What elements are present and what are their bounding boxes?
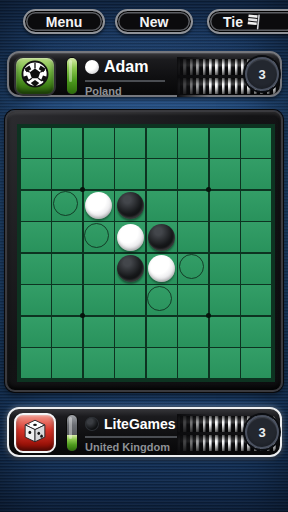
board-cell[interactable]: [84, 317, 114, 347]
player-top-score-badge: 3: [245, 57, 279, 91]
player-bottom-divider: [85, 436, 181, 438]
black-disc: [117, 255, 144, 282]
board-cell[interactable]: [115, 317, 145, 347]
board-cell[interactable]: [210, 254, 240, 284]
player-top-divider: [85, 80, 165, 82]
board-frame: [5, 110, 283, 392]
menu-button[interactable]: Menu: [23, 9, 105, 34]
player-top-name: Adam: [104, 58, 148, 76]
board-cell[interactable]: [52, 254, 82, 284]
board-cell[interactable]: [52, 159, 82, 189]
board-cell[interactable]: [21, 317, 51, 347]
player-top-timer: [66, 57, 78, 95]
board-cell[interactable]: [241, 348, 271, 378]
player-bottom-score: 3: [258, 425, 265, 440]
board-cell[interactable]: [178, 317, 208, 347]
board-cell[interactable]: [84, 159, 114, 189]
player-bottom-avatar: [14, 413, 56, 453]
board-cell[interactable]: [210, 348, 240, 378]
othello-board[interactable]: [19, 126, 273, 380]
board-cell[interactable]: [115, 159, 145, 189]
board-cell[interactable]: [52, 222, 82, 252]
board-cell[interactable]: [52, 317, 82, 347]
player-top-score: 3: [258, 67, 265, 82]
board-cell[interactable]: [21, 128, 51, 158]
board-cell[interactable]: [84, 285, 114, 315]
player-top-avatar: [14, 56, 56, 96]
player-bottom-timer-fill: [67, 435, 77, 451]
board-cell[interactable]: [178, 222, 208, 252]
board-cell[interactable]: [21, 285, 51, 315]
board-cell[interactable]: [147, 348, 177, 378]
player-bottom-score-badge: 3: [245, 415, 279, 449]
player-bottom-disc-color-icon: [85, 417, 99, 431]
board-cell[interactable]: [210, 222, 240, 252]
board-cell[interactable]: [210, 128, 240, 158]
new-game-button[interactable]: New: [115, 9, 193, 34]
board-cell[interactable]: [241, 285, 271, 315]
white-disc: [117, 224, 144, 251]
board-cell[interactable]: [147, 191, 177, 221]
black-disc: [148, 224, 175, 251]
board-cell[interactable]: [84, 254, 114, 284]
menu-button-label: Menu: [46, 14, 83, 30]
player-panel-top: Adam Poland 3: [7, 51, 282, 97]
new-button-label: New: [140, 14, 169, 30]
game-screen: Menu New Tie: [0, 0, 288, 512]
board-cell[interactable]: [21, 222, 51, 252]
board-cell[interactable]: [241, 191, 271, 221]
board-cell[interactable]: [84, 348, 114, 378]
dice-icon: [20, 416, 50, 450]
white-disc: [148, 255, 175, 282]
board-cell[interactable]: [21, 191, 51, 221]
player-top-timer-fill: [67, 58, 77, 94]
board-cell[interactable]: [178, 285, 208, 315]
board-cell[interactable]: [115, 285, 145, 315]
board-cell[interactable]: [241, 128, 271, 158]
soccer-ball-icon: [20, 59, 50, 93]
board-cell[interactable]: [210, 285, 240, 315]
board-cell[interactable]: [52, 128, 82, 158]
player-bottom-name: LiteGames: [104, 416, 176, 432]
board-cell[interactable]: [210, 317, 240, 347]
board-cell[interactable]: [178, 128, 208, 158]
board-cell[interactable]: [178, 348, 208, 378]
board-cell[interactable]: [210, 159, 240, 189]
board-cell[interactable]: [147, 317, 177, 347]
tie-button[interactable]: Tie: [207, 9, 288, 34]
board-cell[interactable]: [21, 254, 51, 284]
player-panel-bottom: LiteGames United Kingdom 3: [7, 407, 282, 457]
board-cell[interactable]: [241, 317, 271, 347]
white-flag-icon: [247, 13, 261, 30]
board-cell[interactable]: [178, 191, 208, 221]
board-cell[interactable]: [241, 159, 271, 189]
board-cell[interactable]: [241, 222, 271, 252]
board-cell[interactable]: [21, 348, 51, 378]
player-bottom-timer: [66, 414, 78, 452]
white-disc: [85, 192, 112, 219]
board-cell[interactable]: [241, 254, 271, 284]
board-cell[interactable]: [21, 159, 51, 189]
player-top-disc-color-icon: [85, 60, 99, 74]
board-cell[interactable]: [147, 128, 177, 158]
black-disc: [117, 192, 144, 219]
board-cell[interactable]: [210, 191, 240, 221]
board-cell[interactable]: [115, 128, 145, 158]
board-cell[interactable]: [84, 128, 114, 158]
board-cell[interactable]: [147, 159, 177, 189]
board-cell[interactable]: [115, 348, 145, 378]
board-cell[interactable]: [178, 159, 208, 189]
board-cell[interactable]: [52, 285, 82, 315]
board-cell[interactable]: [52, 348, 82, 378]
tie-button-label: Tie: [223, 14, 243, 30]
